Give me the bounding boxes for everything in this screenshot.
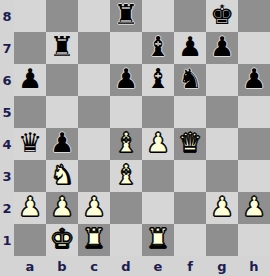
black-bishop[interactable]: ♝ <box>146 31 170 63</box>
square-c5[interactable] <box>78 96 110 128</box>
rank-label-5: 5 <box>0 96 14 128</box>
square-g2[interactable]: ♟ <box>206 192 238 224</box>
rank-label-2: 2 <box>0 192 14 224</box>
file-label-b: b <box>46 256 78 276</box>
black-king[interactable]: ♚ <box>210 0 234 31</box>
black-pawn[interactable]: ♟ <box>50 127 74 159</box>
black-queen[interactable]: ♛ <box>18 127 42 159</box>
black-pawn[interactable]: ♟ <box>178 31 202 63</box>
white-bishop[interactable]: ♝ <box>114 159 138 191</box>
rank-label-4: 4 <box>0 128 14 160</box>
square-f6[interactable]: ♞ <box>174 64 206 96</box>
file-label-d: d <box>110 256 142 276</box>
square-b7[interactable]: ♜ <box>46 32 78 64</box>
file-label-a: a <box>14 256 46 276</box>
square-f1[interactable] <box>174 224 206 256</box>
square-g5[interactable] <box>206 96 238 128</box>
white-pawn[interactable]: ♟ <box>50 191 74 223</box>
rank-label-1: 1 <box>0 224 14 256</box>
white-pawn[interactable]: ♟ <box>242 191 266 223</box>
square-e3[interactable] <box>142 160 174 192</box>
white-queen[interactable]: ♛ <box>178 127 202 159</box>
square-c8[interactable] <box>78 0 110 32</box>
black-pawn[interactable]: ♟ <box>210 31 234 63</box>
black-knight[interactable]: ♞ <box>178 63 202 95</box>
black-pawn[interactable]: ♟ <box>18 63 42 95</box>
square-c4[interactable] <box>78 128 110 160</box>
square-e4[interactable]: ♟ <box>142 128 174 160</box>
square-d7[interactable] <box>110 32 142 64</box>
white-pawn[interactable]: ♟ <box>18 191 42 223</box>
square-d1[interactable] <box>110 224 142 256</box>
square-h6[interactable]: ♟ <box>238 64 270 96</box>
square-e6[interactable]: ♝ <box>142 64 174 96</box>
square-g1[interactable] <box>206 224 238 256</box>
white-rook[interactable]: ♜ <box>82 223 106 255</box>
white-pawn[interactable]: ♟ <box>210 191 234 223</box>
black-rook[interactable]: ♜ <box>114 0 138 31</box>
square-h1[interactable] <box>238 224 270 256</box>
white-rook[interactable]: ♜ <box>146 223 170 255</box>
square-g3[interactable] <box>206 160 238 192</box>
square-d8[interactable]: ♜ <box>110 0 142 32</box>
square-a5[interactable] <box>14 96 46 128</box>
square-a2[interactable]: ♟ <box>14 192 46 224</box>
square-a4[interactable]: ♛ <box>14 128 46 160</box>
square-d6[interactable]: ♟ <box>110 64 142 96</box>
square-h2[interactable]: ♟ <box>238 192 270 224</box>
square-g7[interactable]: ♟ <box>206 32 238 64</box>
square-d5[interactable] <box>110 96 142 128</box>
rank-label-6: 6 <box>0 64 14 96</box>
square-c1[interactable]: ♜ <box>78 224 110 256</box>
square-b2[interactable]: ♟ <box>46 192 78 224</box>
black-pawn[interactable]: ♟ <box>114 63 138 95</box>
square-h8[interactable] <box>238 0 270 32</box>
chess-board: ♜♚♜♝♟♟♟♟♝♞♟♛♟♝♟♛♞♝♟♟♟♟♟♚♜♜ <box>14 0 270 256</box>
square-c6[interactable] <box>78 64 110 96</box>
square-d3[interactable]: ♝ <box>110 160 142 192</box>
square-c3[interactable] <box>78 160 110 192</box>
white-pawn[interactable]: ♟ <box>82 191 106 223</box>
square-f8[interactable] <box>174 0 206 32</box>
square-a6[interactable]: ♟ <box>14 64 46 96</box>
square-f5[interactable] <box>174 96 206 128</box>
square-c7[interactable] <box>78 32 110 64</box>
black-bishop[interactable]: ♝ <box>146 63 170 95</box>
file-label-e: e <box>142 256 174 276</box>
square-b8[interactable] <box>46 0 78 32</box>
square-g8[interactable]: ♚ <box>206 0 238 32</box>
black-pawn[interactable]: ♟ <box>242 63 266 95</box>
square-h5[interactable] <box>238 96 270 128</box>
file-label-g: g <box>206 256 238 276</box>
square-b1[interactable]: ♚ <box>46 224 78 256</box>
square-f2[interactable] <box>174 192 206 224</box>
square-b4[interactable]: ♟ <box>46 128 78 160</box>
rank-label-7: 7 <box>0 32 14 64</box>
rank-label-3: 3 <box>0 160 14 192</box>
square-c2[interactable]: ♟ <box>78 192 110 224</box>
black-rook[interactable]: ♜ <box>50 31 74 63</box>
file-label-f: f <box>174 256 206 276</box>
square-a3[interactable] <box>14 160 46 192</box>
white-pawn[interactable]: ♟ <box>146 127 170 159</box>
square-e8[interactable] <box>142 0 174 32</box>
white-bishop[interactable]: ♝ <box>114 127 138 159</box>
square-a8[interactable] <box>14 0 46 32</box>
square-e5[interactable] <box>142 96 174 128</box>
square-f3[interactable] <box>174 160 206 192</box>
rank-label-8: 8 <box>0 0 14 32</box>
file-label-h: h <box>238 256 270 276</box>
square-f7[interactable]: ♟ <box>174 32 206 64</box>
square-g6[interactable] <box>206 64 238 96</box>
square-d2[interactable] <box>110 192 142 224</box>
square-g4[interactable] <box>206 128 238 160</box>
square-e2[interactable] <box>142 192 174 224</box>
square-b6[interactable] <box>46 64 78 96</box>
square-a7[interactable] <box>14 32 46 64</box>
square-e1[interactable]: ♜ <box>142 224 174 256</box>
square-h4[interactable] <box>238 128 270 160</box>
square-d4[interactable]: ♝ <box>110 128 142 160</box>
chess-diagram: 87654321 ♜♚♜♝♟♟♟♟♝♞♟♛♟♝♟♛♞♝♟♟♟♟♟♚♜♜ abcd… <box>0 0 270 276</box>
square-f4[interactable]: ♛ <box>174 128 206 160</box>
file-labels: abcdefgh <box>14 256 270 276</box>
square-e7[interactable]: ♝ <box>142 32 174 64</box>
file-label-c: c <box>78 256 110 276</box>
square-a1[interactable] <box>14 224 46 256</box>
square-h3[interactable] <box>238 160 270 192</box>
rank-labels: 87654321 <box>0 0 14 256</box>
square-h7[interactable] <box>238 32 270 64</box>
square-b3[interactable]: ♞ <box>46 160 78 192</box>
white-king[interactable]: ♚ <box>50 223 74 255</box>
white-knight[interactable]: ♞ <box>50 159 74 191</box>
square-b5[interactable] <box>46 96 78 128</box>
